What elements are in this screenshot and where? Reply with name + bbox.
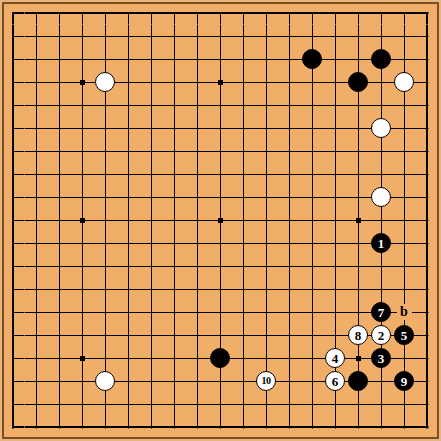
intersection [117,163,140,186]
intersection [347,301,370,324]
intersection [94,117,117,140]
intersection [278,186,301,209]
intersection [48,278,71,301]
white-stone-move-6: 6 [325,371,345,391]
intersection [347,278,370,301]
intersection [209,324,232,347]
intersection [2,163,25,186]
intersection [186,25,209,48]
intersection [278,163,301,186]
intersection [117,209,140,232]
intersection [163,71,186,94]
intersection [25,117,48,140]
intersection [209,94,232,117]
intersection [117,347,140,370]
intersection [416,232,439,255]
intersection [25,416,48,439]
intersection [48,2,71,25]
intersection [140,48,163,71]
intersection [393,163,416,186]
black-stone [302,49,322,69]
intersection [94,324,117,347]
intersection [186,209,209,232]
intersection [301,347,324,370]
intersection [255,2,278,25]
intersection [301,48,324,71]
intersection [370,48,393,71]
intersection [393,393,416,416]
intersection [370,255,393,278]
intersection [71,94,94,117]
intersection [255,347,278,370]
intersection [25,186,48,209]
intersection [2,48,25,71]
intersection [71,25,94,48]
intersection [117,255,140,278]
intersection [255,255,278,278]
intersection: 7 [370,301,393,324]
intersection [393,416,416,439]
intersection [163,232,186,255]
intersection [301,25,324,48]
intersection [301,209,324,232]
intersection [186,2,209,25]
intersection [324,255,347,278]
intersection [71,117,94,140]
move-number: 5 [401,329,408,342]
move-number: 9 [401,375,408,388]
intersection [301,163,324,186]
intersection [255,324,278,347]
intersection [324,117,347,140]
move-number: 10 [262,376,271,386]
intersection [232,232,255,255]
intersection [347,2,370,25]
intersection: 8 [347,324,370,347]
intersection [416,186,439,209]
intersection [25,393,48,416]
intersection [71,71,94,94]
intersection [25,163,48,186]
intersection [370,278,393,301]
intersection [186,186,209,209]
intersection [163,25,186,48]
intersection [94,94,117,117]
intersection [278,232,301,255]
intersection [117,301,140,324]
intersection [71,393,94,416]
intersection [2,301,25,324]
intersection [48,71,71,94]
intersection [71,186,94,209]
intersection [94,71,117,94]
intersection [209,393,232,416]
white-stone [371,118,391,138]
intersection [140,255,163,278]
intersection [278,117,301,140]
intersection [324,393,347,416]
intersection [301,71,324,94]
intersection [163,186,186,209]
intersection [2,140,25,163]
intersection [186,255,209,278]
intersection [347,94,370,117]
intersection [255,278,278,301]
intersection [2,324,25,347]
intersection [209,2,232,25]
intersection [94,393,117,416]
intersection [163,140,186,163]
intersection [94,232,117,255]
star-point [356,356,361,361]
intersection [278,347,301,370]
intersection [140,117,163,140]
intersection [140,301,163,324]
intersection [209,71,232,94]
intersection [278,94,301,117]
intersection [117,232,140,255]
intersection [232,324,255,347]
intersection [163,370,186,393]
intersection [186,71,209,94]
intersection [2,117,25,140]
intersection [232,140,255,163]
intersection [94,209,117,232]
intersection [163,255,186,278]
intersection [140,71,163,94]
white-stone [371,187,391,207]
intersection [25,324,48,347]
intersection [25,370,48,393]
intersection [278,301,301,324]
intersection [209,186,232,209]
intersection [71,255,94,278]
intersection [209,48,232,71]
intersection [209,301,232,324]
intersection [163,209,186,232]
intersection: 5 [393,324,416,347]
intersection [48,232,71,255]
intersection [416,347,439,370]
white-stone [394,72,414,92]
intersection [232,186,255,209]
intersection [232,370,255,393]
intersection [416,255,439,278]
intersection [255,416,278,439]
white-stone-move-4: 4 [325,348,345,368]
intersection [255,117,278,140]
intersection [140,163,163,186]
intersection [232,416,255,439]
intersection [94,347,117,370]
intersection [117,25,140,48]
go-board: 17b825431069 [2,2,439,439]
intersection [48,324,71,347]
intersection [48,140,71,163]
intersection: 9 [393,370,416,393]
intersection [48,301,71,324]
intersection [2,25,25,48]
intersection [416,25,439,48]
intersection [370,117,393,140]
intersection [71,324,94,347]
intersection [163,278,186,301]
intersection [393,255,416,278]
intersection [232,393,255,416]
intersection [416,94,439,117]
intersection [140,347,163,370]
intersection [94,25,117,48]
intersection [140,186,163,209]
intersection [2,186,25,209]
go-diagram: 17b825431069 [0,0,441,441]
intersection [209,278,232,301]
intersection [301,232,324,255]
intersection [209,163,232,186]
intersection [94,163,117,186]
intersection [163,48,186,71]
intersection [370,163,393,186]
intersection [416,48,439,71]
intersection [71,301,94,324]
intersection [117,117,140,140]
intersection [370,370,393,393]
intersection: b [393,301,416,324]
intersection [48,186,71,209]
intersection [48,393,71,416]
intersection [209,255,232,278]
intersection [301,393,324,416]
intersection [117,416,140,439]
intersection [324,140,347,163]
star-point [356,218,361,223]
black-stone-move-3: 3 [371,348,391,368]
intersection [117,2,140,25]
star-point [80,356,85,361]
point-label-b: b [397,304,412,320]
intersection [347,347,370,370]
intersection [48,25,71,48]
intersection [2,393,25,416]
intersection [209,25,232,48]
intersection [255,163,278,186]
intersection [163,416,186,439]
intersection [94,370,117,393]
move-number: 3 [378,352,385,365]
intersection [25,71,48,94]
intersection [186,301,209,324]
intersection [393,25,416,48]
intersection [71,48,94,71]
intersection [255,140,278,163]
intersection [140,2,163,25]
intersection [255,25,278,48]
intersection [255,232,278,255]
intersection [324,324,347,347]
intersection [209,416,232,439]
intersection [25,94,48,117]
intersection [94,186,117,209]
intersection [370,140,393,163]
intersection [324,163,347,186]
intersection [393,48,416,71]
intersection [140,140,163,163]
intersection [186,140,209,163]
move-number: 6 [332,375,339,388]
intersection [347,416,370,439]
intersection [209,370,232,393]
intersection [117,370,140,393]
intersection [324,71,347,94]
intersection [117,140,140,163]
intersection [71,209,94,232]
intersection [71,370,94,393]
intersection [347,163,370,186]
intersection [232,94,255,117]
white-stone-move-8: 8 [348,325,368,345]
intersection [71,140,94,163]
intersection [347,25,370,48]
intersection [163,2,186,25]
intersection [370,25,393,48]
intersection [301,324,324,347]
intersection [416,324,439,347]
intersection [140,370,163,393]
intersection [48,48,71,71]
intersection: 10 [255,370,278,393]
intersection [370,71,393,94]
intersection [324,416,347,439]
intersection [94,2,117,25]
intersection [117,48,140,71]
intersection [301,2,324,25]
intersection [347,140,370,163]
intersection [393,278,416,301]
white-stone-move-10: 10 [256,371,276,391]
intersection [71,163,94,186]
intersection [94,301,117,324]
intersection [393,232,416,255]
intersection [140,232,163,255]
intersection [117,324,140,347]
intersection [301,94,324,117]
intersection [140,94,163,117]
intersection [301,416,324,439]
intersection [324,48,347,71]
intersection [71,2,94,25]
intersection [324,232,347,255]
intersection [301,370,324,393]
intersection [163,393,186,416]
intersection [2,71,25,94]
white-stone-move-2: 2 [371,325,391,345]
move-number: 4 [332,352,339,365]
intersection [347,393,370,416]
intersection [25,255,48,278]
intersection [71,347,94,370]
intersection [232,301,255,324]
intersection [163,94,186,117]
intersection [278,324,301,347]
intersection [209,140,232,163]
intersection [232,163,255,186]
intersection [278,416,301,439]
intersection [347,186,370,209]
intersection [416,370,439,393]
intersection [2,209,25,232]
intersection [393,209,416,232]
intersection [347,71,370,94]
intersection: 1 [370,232,393,255]
intersection [301,301,324,324]
intersection [71,232,94,255]
intersection [25,278,48,301]
intersection [186,48,209,71]
intersection [186,232,209,255]
intersection [25,209,48,232]
intersection [163,324,186,347]
intersection [347,209,370,232]
intersection: 6 [324,370,347,393]
intersection [416,140,439,163]
intersection [347,117,370,140]
intersection [324,25,347,48]
intersection [2,232,25,255]
intersection [209,232,232,255]
intersection [2,94,25,117]
intersection [324,301,347,324]
intersection [370,94,393,117]
intersection [416,71,439,94]
black-stone-move-9: 9 [394,371,414,391]
intersection [2,370,25,393]
black-stone-move-7: 7 [371,302,391,322]
intersection [347,255,370,278]
intersection [2,416,25,439]
intersection [370,393,393,416]
intersection [186,117,209,140]
intersection [278,2,301,25]
intersection [186,94,209,117]
intersection [209,209,232,232]
intersection [140,209,163,232]
intersection [186,393,209,416]
intersection [25,347,48,370]
intersection [186,347,209,370]
intersection [232,347,255,370]
intersection [71,278,94,301]
intersection [94,255,117,278]
intersection [393,94,416,117]
black-stone [210,348,230,368]
intersection [186,324,209,347]
intersection [347,48,370,71]
intersection [163,163,186,186]
star-point [218,218,223,223]
intersection [255,71,278,94]
intersection [25,232,48,255]
intersection [232,25,255,48]
move-number: 7 [378,306,385,319]
intersection [255,94,278,117]
intersection [278,209,301,232]
intersection [140,393,163,416]
intersection [255,48,278,71]
intersection [117,186,140,209]
intersection [232,278,255,301]
intersection [117,94,140,117]
intersection [416,163,439,186]
